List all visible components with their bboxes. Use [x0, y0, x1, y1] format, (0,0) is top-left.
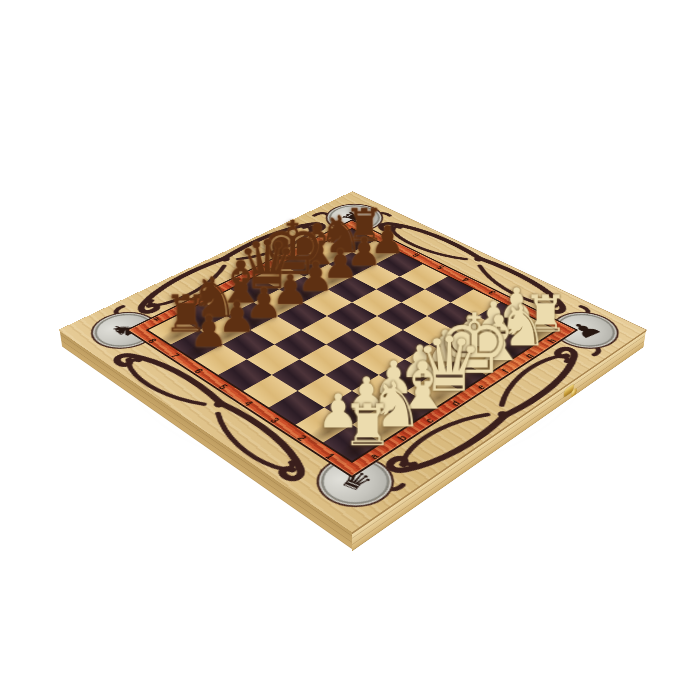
white-rook-a1[interactable]: ♜: [342, 400, 393, 452]
pawn-icon: ♟: [564, 318, 607, 342]
black-pawn-a7[interactable]: ♟: [190, 313, 229, 353]
photo-viewport: ♞ ♜ ♟ ♛ abcdefgh abcdefgh 87654321 87654…: [0, 0, 700, 700]
queen-icon: ♛: [333, 466, 378, 496]
chess-board: ♞ ♜ ♟ ♛ abcdefgh abcdefgh 87654321 87654…: [58, 191, 646, 532]
corner-medallion: ♛: [307, 451, 403, 514]
